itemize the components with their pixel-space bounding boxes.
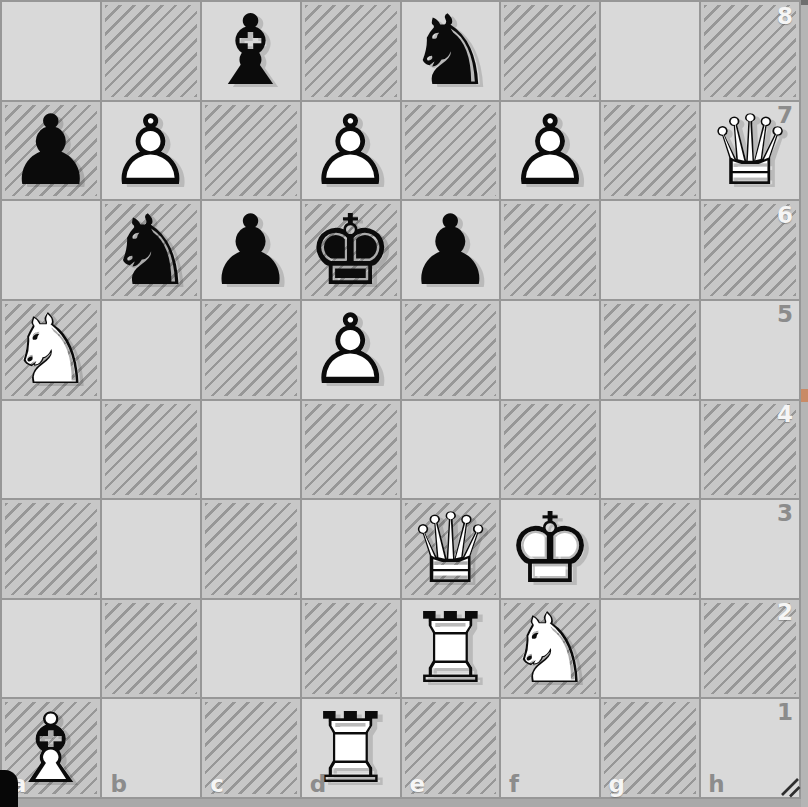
square-a4[interactable] — [2, 401, 100, 499]
square-g2[interactable] — [601, 600, 699, 698]
white-pawn[interactable]: ♟♙ — [302, 301, 400, 399]
square-f1[interactable] — [501, 699, 599, 797]
piece-glyph: ♞ — [407, 2, 494, 99]
square-h5[interactable] — [701, 301, 799, 399]
square-c8[interactable]: ♝ — [202, 2, 300, 100]
square-h4[interactable] — [701, 401, 799, 499]
black-pawn[interactable]: ♟ — [402, 201, 500, 299]
square-h8[interactable] — [701, 2, 799, 100]
square-e2[interactable]: ♜♖ — [402, 600, 500, 698]
square-f7[interactable]: ♟♙ — [501, 102, 599, 200]
chess-page: ♝♞♟♟♙♟♙♟♙♛♕♞♟♚♟♞♘♟♙♛♕♚♔♜♖♞♘♝♗♜♖abcdefgh8… — [0, 0, 808, 807]
square-g4[interactable] — [601, 401, 699, 499]
piece-glyph: ♚ — [307, 202, 394, 299]
piece-glyph-outline: ♕ — [407, 500, 494, 597]
square-b4[interactable] — [102, 401, 200, 499]
square-c6[interactable]: ♟ — [202, 201, 300, 299]
square-h7[interactable]: ♛♕ — [701, 102, 799, 200]
square-g8[interactable] — [601, 2, 699, 100]
square-a3[interactable] — [2, 500, 100, 598]
square-e5[interactable] — [402, 301, 500, 399]
piece-glyph: ♟ — [207, 202, 294, 299]
piece-glyph-outline: ♘ — [7, 301, 94, 398]
black-pawn[interactable]: ♟ — [202, 201, 300, 299]
corner-black-shape — [0, 770, 18, 807]
square-b6[interactable]: ♞ — [102, 201, 200, 299]
square-f4[interactable] — [501, 401, 599, 499]
white-king[interactable]: ♚♔ — [501, 500, 599, 598]
black-knight[interactable]: ♞ — [402, 2, 500, 100]
white-pawn[interactable]: ♟♙ — [501, 102, 599, 200]
square-f5[interactable] — [501, 301, 599, 399]
square-g3[interactable] — [601, 500, 699, 598]
square-e8[interactable]: ♞ — [402, 2, 500, 100]
white-knight[interactable]: ♞♘ — [2, 301, 100, 399]
square-g6[interactable] — [601, 201, 699, 299]
square-a2[interactable] — [2, 600, 100, 698]
square-f2[interactable]: ♞♘ — [501, 600, 599, 698]
scrollbar-track-cap — [801, 0, 808, 5]
square-d6[interactable]: ♚ — [302, 201, 400, 299]
piece-glyph-outline: ♖ — [407, 600, 494, 697]
square-g5[interactable] — [601, 301, 699, 399]
piece-glyph-outline: ♙ — [107, 102, 194, 199]
bottom-edge-strip — [0, 799, 801, 807]
black-knight[interactable]: ♞ — [102, 201, 200, 299]
white-rook[interactable]: ♜♖ — [302, 699, 400, 797]
square-b8[interactable] — [102, 2, 200, 100]
square-c3[interactable] — [202, 500, 300, 598]
square-e7[interactable] — [402, 102, 500, 200]
square-b5[interactable] — [102, 301, 200, 399]
black-bishop[interactable]: ♝ — [202, 2, 300, 100]
piece-glyph-outline: ♙ — [307, 301, 394, 398]
piece-glyph: ♟ — [7, 102, 94, 199]
square-d3[interactable] — [302, 500, 400, 598]
square-a6[interactable] — [2, 201, 100, 299]
square-b3[interactable] — [102, 500, 200, 598]
piece-glyph-outline: ♘ — [507, 600, 594, 697]
board-resize-handle-icon[interactable] — [779, 776, 801, 798]
square-d8[interactable] — [302, 2, 400, 100]
square-a7[interactable]: ♟ — [2, 102, 100, 200]
piece-glyph-outline: ♕ — [707, 102, 794, 199]
piece-glyph: ♟ — [407, 202, 494, 299]
white-pawn[interactable]: ♟♙ — [302, 102, 400, 200]
white-knight[interactable]: ♞♘ — [501, 600, 599, 698]
square-d4[interactable] — [302, 401, 400, 499]
square-c2[interactable] — [202, 600, 300, 698]
square-g7[interactable] — [601, 102, 699, 200]
square-h2[interactable] — [701, 600, 799, 698]
right-scrollbar-track — [801, 0, 808, 807]
square-d7[interactable]: ♟♙ — [302, 102, 400, 200]
scrollbar-marker[interactable] — [801, 389, 808, 402]
square-e4[interactable] — [402, 401, 500, 499]
square-d1[interactable]: ♜♖ — [302, 699, 400, 797]
square-c1[interactable] — [202, 699, 300, 797]
white-queen[interactable]: ♛♕ — [701, 102, 799, 200]
piece-glyph: ♞ — [107, 202, 194, 299]
square-c5[interactable] — [202, 301, 300, 399]
piece-glyph-outline: ♔ — [507, 500, 594, 597]
piece-glyph-outline: ♗ — [7, 700, 94, 797]
square-b7[interactable]: ♟♙ — [102, 102, 200, 200]
square-f6[interactable] — [501, 201, 599, 299]
black-pawn[interactable]: ♟ — [2, 102, 100, 200]
piece-glyph-outline: ♖ — [307, 700, 394, 797]
square-c7[interactable] — [202, 102, 300, 200]
square-f8[interactable] — [501, 2, 599, 100]
square-a5[interactable]: ♞♘ — [2, 301, 100, 399]
square-d2[interactable] — [302, 600, 400, 698]
white-pawn[interactable]: ♟♙ — [102, 102, 200, 200]
piece-glyph-outline: ♙ — [307, 102, 394, 199]
square-a8[interactable] — [2, 2, 100, 100]
square-g1[interactable] — [601, 699, 699, 797]
square-b1[interactable] — [102, 699, 200, 797]
piece-glyph: ♝ — [207, 2, 294, 99]
square-c4[interactable] — [202, 401, 300, 499]
white-rook[interactable]: ♜♖ — [402, 600, 500, 698]
black-king[interactable]: ♚ — [302, 201, 400, 299]
white-queen[interactable]: ♛♕ — [402, 500, 500, 598]
square-e3[interactable]: ♛♕ — [402, 500, 500, 598]
square-b2[interactable] — [102, 600, 200, 698]
square-d5[interactable]: ♟♙ — [302, 301, 400, 399]
square-h3[interactable] — [701, 500, 799, 598]
piece-glyph-outline: ♙ — [507, 102, 594, 199]
square-f3[interactable]: ♚♔ — [501, 500, 599, 598]
chess-board: ♝♞♟♟♙♟♙♟♙♛♕♞♟♚♟♞♘♟♙♛♕♚♔♜♖♞♘♝♗♜♖abcdefgh8… — [0, 0, 801, 799]
square-h6[interactable] — [701, 201, 799, 299]
square-e6[interactable]: ♟ — [402, 201, 500, 299]
square-e1[interactable] — [402, 699, 500, 797]
